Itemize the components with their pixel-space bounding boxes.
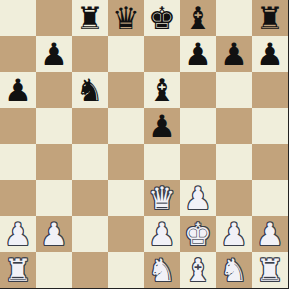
square-a4[interactable] (0, 144, 36, 180)
square-e5[interactable]: ♟ (144, 108, 180, 144)
square-b6[interactable] (36, 72, 72, 108)
square-d4[interactable] (108, 144, 144, 180)
square-e1[interactable]: ♞ (144, 252, 180, 288)
white-knight-piece[interactable]: ♞ (216, 252, 252, 288)
square-g8[interactable] (216, 0, 252, 36)
square-a3[interactable] (0, 180, 36, 216)
square-h8[interactable]: ♜ (252, 0, 288, 36)
white-pawn-piece[interactable]: ♟ (144, 216, 180, 252)
square-f5[interactable] (180, 108, 216, 144)
black-pawn-piece[interactable]: ♟ (216, 36, 252, 72)
square-f1[interactable]: ♝ (180, 252, 216, 288)
white-pawn-piece[interactable]: ♟ (252, 216, 288, 252)
white-pawn-piece[interactable]: ♟ (0, 216, 36, 252)
square-a5[interactable] (0, 108, 36, 144)
white-pawn-piece[interactable]: ♟ (36, 216, 72, 252)
square-c8[interactable]: ♜ (72, 0, 108, 36)
square-h6[interactable] (252, 72, 288, 108)
square-a8[interactable] (0, 0, 36, 36)
square-e7[interactable] (144, 36, 180, 72)
square-h5[interactable] (252, 108, 288, 144)
square-h3[interactable] (252, 180, 288, 216)
square-d7[interactable] (108, 36, 144, 72)
white-pawn-piece[interactable]: ♟ (180, 180, 216, 216)
square-e4[interactable] (144, 144, 180, 180)
square-f3[interactable]: ♟ (180, 180, 216, 216)
white-queen-piece[interactable]: ♛ (144, 180, 180, 216)
square-d5[interactable] (108, 108, 144, 144)
black-bishop-piece[interactable]: ♝ (180, 0, 216, 36)
white-rook-piece[interactable]: ♜ (252, 252, 288, 288)
square-d2[interactable] (108, 216, 144, 252)
white-pawn-piece[interactable]: ♟ (216, 216, 252, 252)
square-f4[interactable] (180, 144, 216, 180)
white-bishop-piece[interactable]: ♝ (180, 252, 216, 288)
square-f6[interactable] (180, 72, 216, 108)
square-b5[interactable] (36, 108, 72, 144)
white-rook-piece[interactable]: ♜ (0, 252, 36, 288)
chess-board-container: ♜♛♚♝♜♟♟♟♟♟♞♝♟♛♟♟♟♟♚♟♟♜♞♝♞♜ (0, 0, 289, 289)
square-g1[interactable]: ♞ (216, 252, 252, 288)
square-a7[interactable] (0, 36, 36, 72)
black-pawn-piece[interactable]: ♟ (252, 36, 288, 72)
square-a1[interactable]: ♜ (0, 252, 36, 288)
black-king-piece[interactable]: ♚ (144, 0, 180, 36)
black-pawn-piece[interactable]: ♟ (0, 72, 36, 108)
black-knight-piece[interactable]: ♞ (72, 72, 108, 108)
square-b3[interactable] (36, 180, 72, 216)
square-d3[interactable] (108, 180, 144, 216)
square-c6[interactable]: ♞ (72, 72, 108, 108)
black-bishop-piece[interactable]: ♝ (144, 72, 180, 108)
black-queen-piece[interactable]: ♛ (108, 0, 144, 36)
square-f2[interactable]: ♚ (180, 216, 216, 252)
black-rook-piece[interactable]: ♜ (252, 0, 288, 36)
square-g6[interactable] (216, 72, 252, 108)
white-king-piece[interactable]: ♚ (180, 216, 216, 252)
square-a6[interactable]: ♟ (0, 72, 36, 108)
square-g2[interactable]: ♟ (216, 216, 252, 252)
square-b1[interactable] (36, 252, 72, 288)
square-h4[interactable] (252, 144, 288, 180)
square-h7[interactable]: ♟ (252, 36, 288, 72)
square-c5[interactable] (72, 108, 108, 144)
black-pawn-piece[interactable]: ♟ (180, 36, 216, 72)
square-c7[interactable] (72, 36, 108, 72)
square-c2[interactable] (72, 216, 108, 252)
square-d1[interactable] (108, 252, 144, 288)
black-pawn-piece[interactable]: ♟ (144, 108, 180, 144)
square-b4[interactable] (36, 144, 72, 180)
square-e3[interactable]: ♛ (144, 180, 180, 216)
square-g3[interactable] (216, 180, 252, 216)
square-e8[interactable]: ♚ (144, 0, 180, 36)
square-h2[interactable]: ♟ (252, 216, 288, 252)
square-e2[interactable]: ♟ (144, 216, 180, 252)
square-f7[interactable]: ♟ (180, 36, 216, 72)
square-d8[interactable]: ♛ (108, 0, 144, 36)
square-c4[interactable] (72, 144, 108, 180)
square-c3[interactable] (72, 180, 108, 216)
square-b2[interactable]: ♟ (36, 216, 72, 252)
black-rook-piece[interactable]: ♜ (72, 0, 108, 36)
square-g5[interactable] (216, 108, 252, 144)
square-g7[interactable]: ♟ (216, 36, 252, 72)
square-h1[interactable]: ♜ (252, 252, 288, 288)
square-b8[interactable] (36, 0, 72, 36)
square-a2[interactable]: ♟ (0, 216, 36, 252)
square-g4[interactable] (216, 144, 252, 180)
square-c1[interactable] (72, 252, 108, 288)
square-b7[interactable]: ♟ (36, 36, 72, 72)
black-pawn-piece[interactable]: ♟ (36, 36, 72, 72)
chess-board: ♜♛♚♝♜♟♟♟♟♟♞♝♟♛♟♟♟♟♚♟♟♜♞♝♞♜ (0, 0, 289, 289)
square-f8[interactable]: ♝ (180, 0, 216, 36)
square-e6[interactable]: ♝ (144, 72, 180, 108)
white-knight-piece[interactable]: ♞ (144, 252, 180, 288)
square-d6[interactable] (108, 72, 144, 108)
